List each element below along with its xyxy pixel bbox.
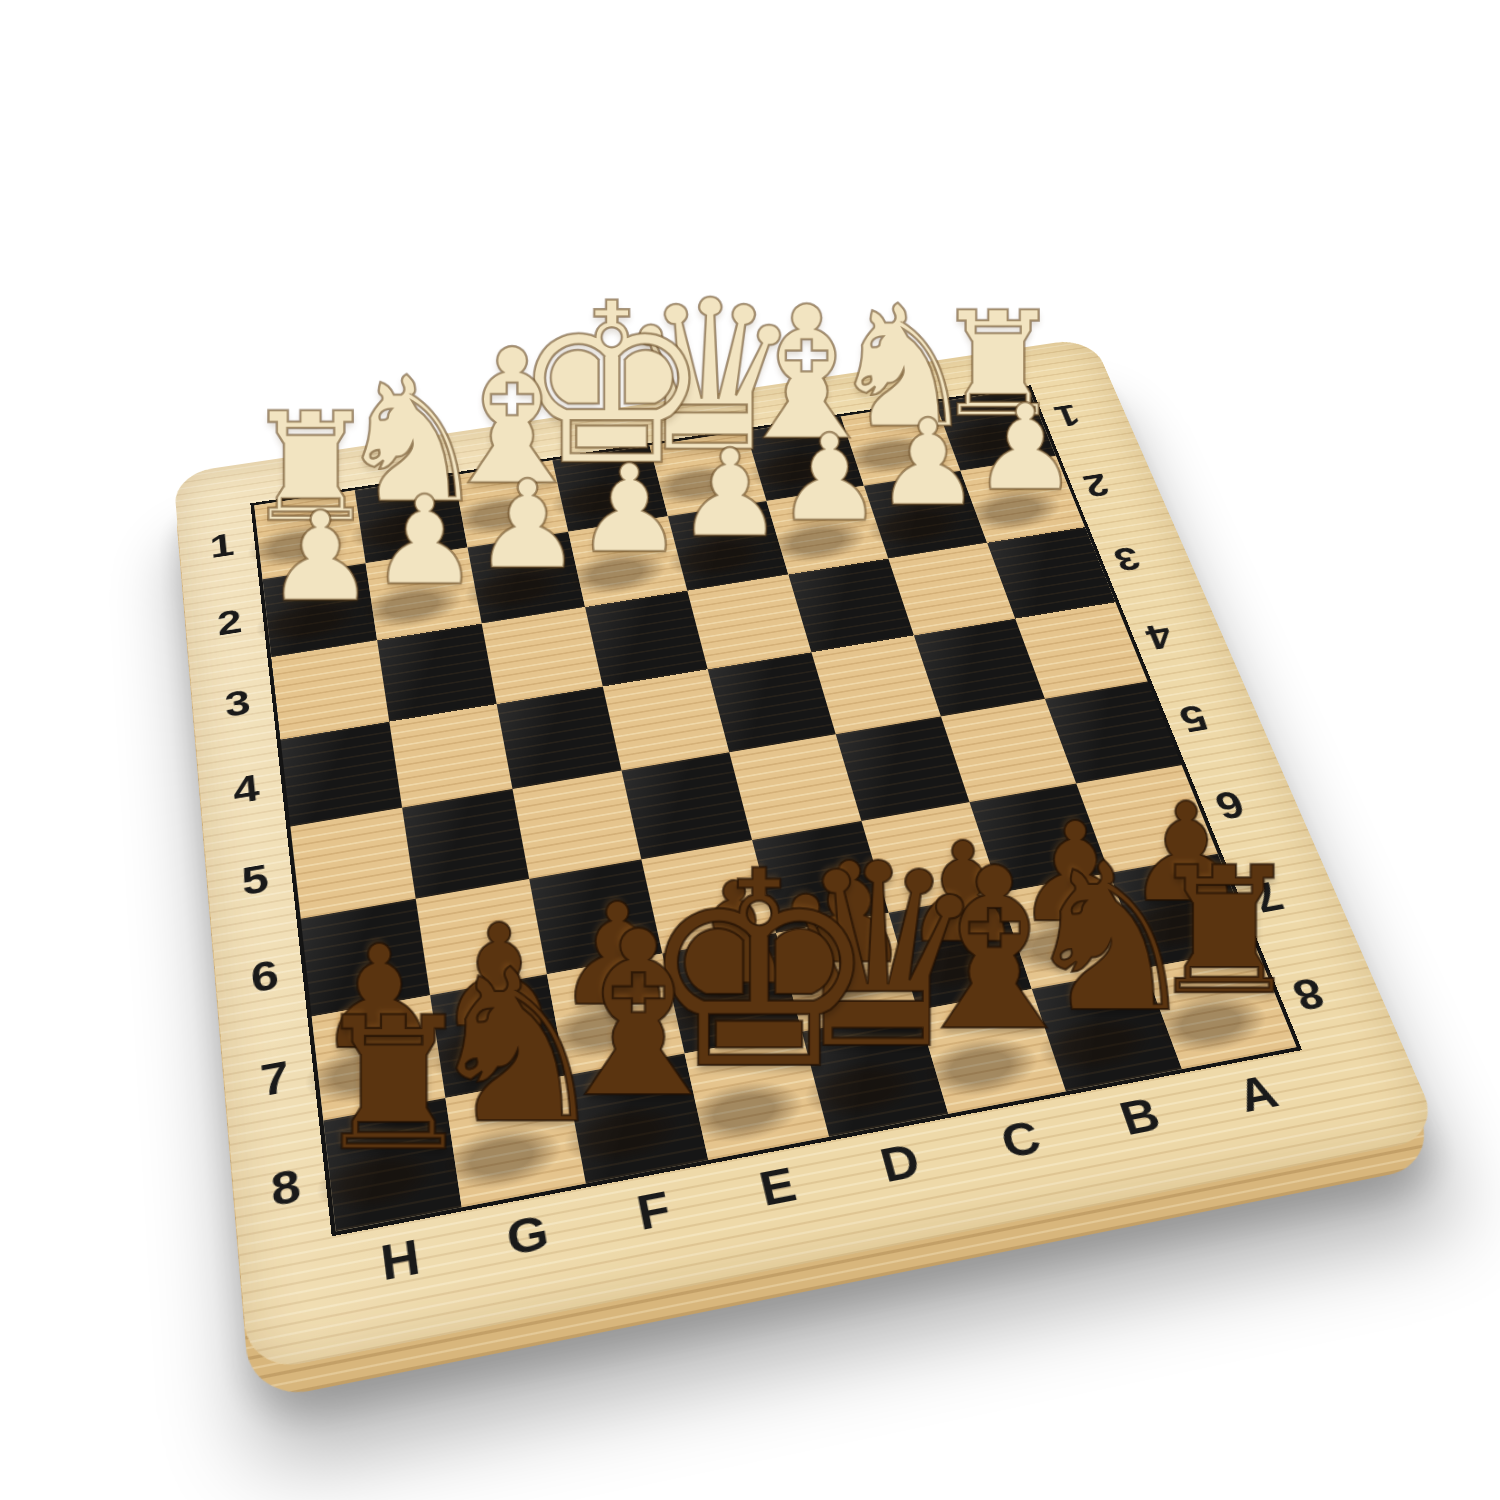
rank-label-left-3: 3 (223, 684, 252, 723)
product-photo-scene: ♜♞♝♚♛♝♞♜♟♟♟♟♟♟♟♟♟♟♟♟♟♟♟♟♜♞♝♚♛♝♞♜ 1234567… (0, 0, 1500, 1500)
square-g2: ♟ (366, 547, 482, 640)
rank-label-left-6: 6 (249, 953, 281, 999)
piece-shadow (245, 518, 350, 573)
chessboard: ♜♞♝♚♛♝♞♜♟♟♟♟♟♟♟♟♟♟♟♟♟♟♟♟♜♞♝♚♛♝♞♜ 1234567… (173, 337, 1443, 1374)
rank-label-left-2: 2 (216, 604, 244, 641)
rank-label-right-2: 2 (1079, 469, 1114, 502)
rank-label-left-1: 1 (208, 528, 235, 563)
piece-shadow (540, 992, 666, 1068)
square-c8: ♝ (918, 989, 1066, 1114)
rank-label-left-4: 4 (231, 768, 261, 809)
file-label-G: G (503, 1207, 552, 1263)
square-g8: ♞ (445, 1076, 585, 1208)
rank-label-left-7: 7 (259, 1054, 292, 1103)
square-f5 (512, 771, 641, 879)
piece-shadow (861, 498, 971, 553)
rank-label-right-4: 4 (1141, 618, 1178, 655)
rank-label-right-1: 1 (1051, 400, 1085, 432)
rank-label-left-8: 8 (269, 1161, 303, 1213)
rank-label-right-3: 3 (1109, 541, 1145, 576)
piece-shadow (885, 930, 1012, 1003)
piece-shadow (313, 1140, 443, 1223)
square-e4 (603, 669, 729, 770)
